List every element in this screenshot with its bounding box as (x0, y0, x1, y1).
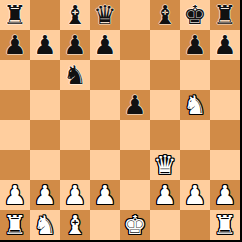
square-a1[interactable]: ♜ (0, 210, 30, 240)
square-b1[interactable]: ♞ (30, 210, 60, 240)
square-d3[interactable] (90, 150, 120, 180)
white-pawn-piece[interactable]: ♟ (63, 180, 86, 210)
white-pawn-piece[interactable]: ♟ (3, 180, 26, 210)
square-b2[interactable]: ♟ (30, 180, 60, 210)
black-pawn-piece[interactable]: ♟ (3, 30, 26, 60)
square-h1[interactable]: ♜ (210, 210, 240, 240)
white-rook-piece[interactable]: ♜ (213, 210, 236, 240)
square-a8[interactable]: ♜ (0, 0, 30, 30)
square-b5[interactable] (30, 90, 60, 120)
white-bishop-piece[interactable]: ♝ (63, 210, 86, 240)
square-d2[interactable]: ♟ (90, 180, 120, 210)
square-f5[interactable] (150, 90, 180, 120)
square-a6[interactable] (0, 60, 30, 90)
square-b4[interactable] (30, 120, 60, 150)
black-bishop-piece[interactable]: ♝ (63, 0, 86, 30)
white-pawn-piece[interactable]: ♟ (33, 180, 56, 210)
black-pawn-piece[interactable]: ♟ (63, 30, 86, 60)
square-a2[interactable]: ♟ (0, 180, 30, 210)
square-d8[interactable]: ♛ (90, 0, 120, 30)
white-king-piece[interactable]: ♚ (123, 210, 146, 240)
black-pawn-piece[interactable]: ♟ (93, 30, 116, 60)
square-e1[interactable]: ♚ (120, 210, 150, 240)
square-c6[interactable]: ♞ (60, 60, 90, 90)
square-a7[interactable]: ♟ (0, 30, 30, 60)
black-king-piece[interactable]: ♚ (183, 0, 206, 30)
square-d6[interactable] (90, 60, 120, 90)
square-f7[interactable] (150, 30, 180, 60)
square-f6[interactable] (150, 60, 180, 90)
square-e6[interactable] (120, 60, 150, 90)
square-f8[interactable]: ♝ (150, 0, 180, 30)
square-f2[interactable]: ♟ (150, 180, 180, 210)
square-c8[interactable]: ♝ (60, 0, 90, 30)
square-c3[interactable] (60, 150, 90, 180)
square-a5[interactable] (0, 90, 30, 120)
square-d1[interactable] (90, 210, 120, 240)
white-knight-piece[interactable]: ♞ (183, 90, 206, 120)
square-h5[interactable] (210, 90, 240, 120)
square-f3[interactable]: ♛ (150, 150, 180, 180)
square-h8[interactable]: ♜ (210, 0, 240, 30)
black-queen-piece[interactable]: ♛ (93, 0, 116, 30)
square-c4[interactable] (60, 120, 90, 150)
square-c2[interactable]: ♟ (60, 180, 90, 210)
black-knight-piece[interactable]: ♞ (63, 60, 86, 90)
black-pawn-piece[interactable]: ♟ (213, 30, 236, 60)
square-b3[interactable] (30, 150, 60, 180)
black-rook-piece[interactable]: ♜ (3, 0, 26, 30)
black-rook-piece[interactable]: ♜ (213, 0, 236, 30)
white-pawn-piece[interactable]: ♟ (213, 180, 236, 210)
white-pawn-piece[interactable]: ♟ (153, 180, 176, 210)
square-h3[interactable] (210, 150, 240, 180)
square-e2[interactable] (120, 180, 150, 210)
square-a3[interactable] (0, 150, 30, 180)
chess-board: ♜ ♝ ♛ ♝ ♚ ♜ ♟ ♟ ♟ ♟ ♟ ♟ ♞ ♟ ♞ ♛ ♟ ♟ ♟ ♟ … (0, 0, 242, 242)
white-pawn-piece[interactable]: ♟ (93, 180, 116, 210)
square-d7[interactable]: ♟ (90, 30, 120, 60)
white-pawn-piece[interactable]: ♟ (183, 180, 206, 210)
black-pawn-piece[interactable]: ♟ (183, 30, 206, 60)
square-g4[interactable] (180, 120, 210, 150)
black-pawn-piece[interactable]: ♟ (33, 30, 56, 60)
square-h7[interactable]: ♟ (210, 30, 240, 60)
square-h4[interactable] (210, 120, 240, 150)
square-b7[interactable]: ♟ (30, 30, 60, 60)
square-g3[interactable] (180, 150, 210, 180)
black-bishop-piece[interactable]: ♝ (153, 0, 176, 30)
square-e8[interactable] (120, 0, 150, 30)
square-a4[interactable] (0, 120, 30, 150)
square-c7[interactable]: ♟ (60, 30, 90, 60)
square-e7[interactable] (120, 30, 150, 60)
square-e3[interactable] (120, 150, 150, 180)
square-g5[interactable]: ♞ (180, 90, 210, 120)
white-queen-piece[interactable]: ♛ (153, 150, 176, 180)
square-h6[interactable] (210, 60, 240, 90)
square-g6[interactable] (180, 60, 210, 90)
white-knight-piece[interactable]: ♞ (33, 210, 56, 240)
square-c5[interactable] (60, 90, 90, 120)
white-rook-piece[interactable]: ♜ (3, 210, 26, 240)
square-g2[interactable]: ♟ (180, 180, 210, 210)
square-f4[interactable] (150, 120, 180, 150)
square-e4[interactable] (120, 120, 150, 150)
square-h2[interactable]: ♟ (210, 180, 240, 210)
square-g8[interactable]: ♚ (180, 0, 210, 30)
square-b6[interactable] (30, 60, 60, 90)
square-d4[interactable] (90, 120, 120, 150)
square-b8[interactable] (30, 0, 60, 30)
square-g7[interactable]: ♟ (180, 30, 210, 60)
square-f1[interactable] (150, 210, 180, 240)
square-e5[interactable]: ♟ (120, 90, 150, 120)
square-d5[interactable] (90, 90, 120, 120)
square-g1[interactable] (180, 210, 210, 240)
square-c1[interactable]: ♝ (60, 210, 90, 240)
black-pawn-piece[interactable]: ♟ (123, 90, 146, 120)
